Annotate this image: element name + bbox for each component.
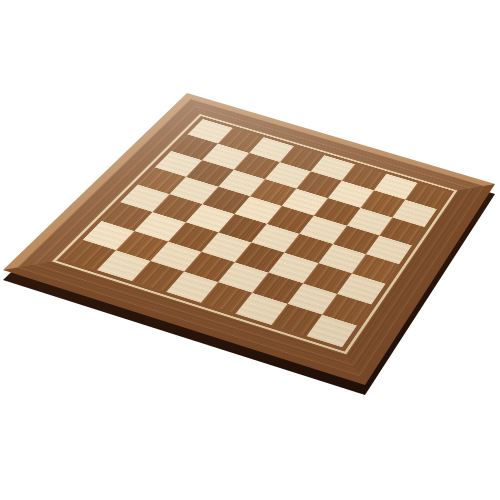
product-photo [0,0,500,500]
frame-bevel [3,93,495,385]
chess-board [3,93,495,385]
